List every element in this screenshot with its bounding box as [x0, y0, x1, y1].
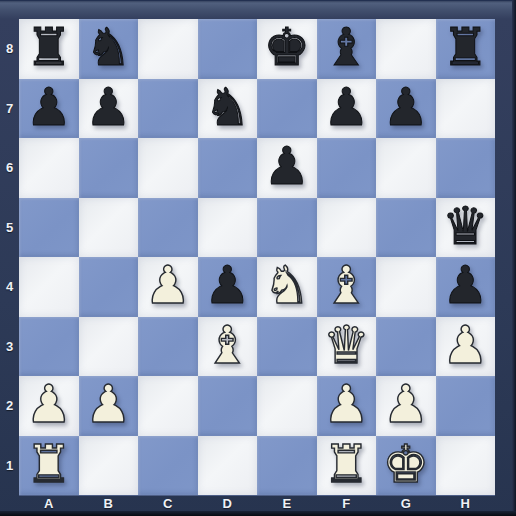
square-d3[interactable]: ♝	[198, 317, 258, 377]
black-king[interactable]: ♚	[263, 21, 310, 76]
square-g4[interactable]	[376, 257, 436, 317]
file-label-d: D	[198, 495, 258, 511]
white-queen[interactable]: ♛	[323, 319, 370, 374]
square-a4[interactable]	[19, 257, 79, 317]
square-a2[interactable]: ♟	[19, 376, 79, 436]
white-pawn[interactable]: ♟	[144, 259, 191, 314]
file-label-c: C	[138, 495, 198, 511]
white-rook[interactable]: ♜	[323, 438, 370, 493]
rank-label-7: 7	[0, 79, 19, 139]
file-labels: ABCDEFGH	[19, 495, 495, 511]
white-pawn[interactable]: ♟	[85, 378, 132, 433]
frame-edge-right	[512, 0, 516, 516]
square-e4[interactable]: ♞	[257, 257, 317, 317]
square-h6[interactable]	[436, 138, 496, 198]
rank-label-6: 6	[0, 138, 19, 198]
file-label-g: G	[376, 495, 436, 511]
square-f4[interactable]: ♝	[317, 257, 377, 317]
square-g8[interactable]	[376, 19, 436, 79]
square-c8[interactable]	[138, 19, 198, 79]
rank-label-1: 1	[0, 436, 19, 496]
black-pawn[interactable]: ♟	[25, 81, 72, 136]
square-h1[interactable]	[436, 436, 496, 496]
black-bishop[interactable]: ♝	[323, 21, 370, 76]
square-c5[interactable]	[138, 198, 198, 258]
white-king[interactable]: ♚	[382, 438, 429, 493]
square-e7[interactable]	[257, 79, 317, 139]
square-c4[interactable]: ♟	[138, 257, 198, 317]
square-e8[interactable]: ♚	[257, 19, 317, 79]
rank-label-3: 3	[0, 317, 19, 377]
white-rook[interactable]: ♜	[25, 438, 72, 493]
square-f2[interactable]: ♟	[317, 376, 377, 436]
square-g6[interactable]	[376, 138, 436, 198]
square-d5[interactable]	[198, 198, 258, 258]
square-h7[interactable]	[436, 79, 496, 139]
square-f3[interactable]: ♛	[317, 317, 377, 377]
square-h3[interactable]: ♟	[436, 317, 496, 377]
black-queen[interactable]: ♛	[442, 200, 489, 255]
square-f8[interactable]: ♝	[317, 19, 377, 79]
white-bishop[interactable]: ♝	[323, 259, 370, 314]
square-f7[interactable]: ♟	[317, 79, 377, 139]
file-label-b: B	[79, 495, 139, 511]
square-b2[interactable]: ♟	[79, 376, 139, 436]
square-b3[interactable]	[79, 317, 139, 377]
square-e3[interactable]	[257, 317, 317, 377]
black-pawn[interactable]: ♟	[204, 259, 251, 314]
square-b7[interactable]: ♟	[79, 79, 139, 139]
square-b8[interactable]: ♞	[79, 19, 139, 79]
square-g5[interactable]	[376, 198, 436, 258]
rank-label-4: 4	[0, 257, 19, 317]
square-h8[interactable]: ♜	[436, 19, 496, 79]
black-knight[interactable]: ♞	[85, 21, 132, 76]
white-bishop[interactable]: ♝	[204, 319, 251, 374]
chess-board-frame: 87654321 ABCDEFGH ♜♞♚♝♜♟♟♞♟♟♟♛♟♟♞♝♟♝♛♟♟♟…	[0, 0, 516, 516]
square-b5[interactable]	[79, 198, 139, 258]
square-c3[interactable]	[138, 317, 198, 377]
chess-board: ♜♞♚♝♜♟♟♞♟♟♟♛♟♟♞♝♟♝♛♟♟♟♟♟♜♜♚	[19, 19, 495, 495]
square-a8[interactable]: ♜	[19, 19, 79, 79]
rank-label-5: 5	[0, 198, 19, 258]
rank-label-2: 2	[0, 376, 19, 436]
square-g3[interactable]	[376, 317, 436, 377]
square-e5[interactable]	[257, 198, 317, 258]
black-rook[interactable]: ♜	[25, 21, 72, 76]
black-pawn[interactable]: ♟	[263, 140, 310, 195]
black-pawn[interactable]: ♟	[442, 259, 489, 314]
black-pawn[interactable]: ♟	[323, 81, 370, 136]
square-e1[interactable]	[257, 436, 317, 496]
square-b1[interactable]	[79, 436, 139, 496]
square-c7[interactable]	[138, 79, 198, 139]
square-c2[interactable]	[138, 376, 198, 436]
square-e6[interactable]: ♟	[257, 138, 317, 198]
white-knight[interactable]: ♞	[263, 259, 310, 314]
square-d8[interactable]	[198, 19, 258, 79]
square-e2[interactable]	[257, 376, 317, 436]
square-f5[interactable]	[317, 198, 377, 258]
black-rook[interactable]: ♜	[442, 21, 489, 76]
square-h5[interactable]: ♛	[436, 198, 496, 258]
square-f1[interactable]: ♜	[317, 436, 377, 496]
square-d7[interactable]: ♞	[198, 79, 258, 139]
rank-label-8: 8	[0, 19, 19, 79]
black-pawn[interactable]: ♟	[382, 81, 429, 136]
square-d4[interactable]: ♟	[198, 257, 258, 317]
file-label-h: H	[436, 495, 496, 511]
square-a5[interactable]	[19, 198, 79, 258]
square-g2[interactable]: ♟	[376, 376, 436, 436]
white-pawn[interactable]: ♟	[25, 378, 72, 433]
square-a7[interactable]: ♟	[19, 79, 79, 139]
square-c6[interactable]	[138, 138, 198, 198]
square-h4[interactable]: ♟	[436, 257, 496, 317]
square-a1[interactable]: ♜	[19, 436, 79, 496]
file-label-e: E	[257, 495, 317, 511]
square-g1[interactable]: ♚	[376, 436, 436, 496]
square-h2[interactable]	[436, 376, 496, 436]
black-pawn[interactable]: ♟	[85, 81, 132, 136]
square-a6[interactable]	[19, 138, 79, 198]
file-label-a: A	[19, 495, 79, 511]
white-pawn[interactable]: ♟	[442, 319, 489, 374]
square-d2[interactable]	[198, 376, 258, 436]
square-d6[interactable]	[198, 138, 258, 198]
square-d1[interactable]	[198, 436, 258, 496]
rank-labels: 87654321	[0, 19, 19, 495]
square-f6[interactable]	[317, 138, 377, 198]
square-a3[interactable]	[19, 317, 79, 377]
file-label-f: F	[317, 495, 377, 511]
square-c1[interactable]	[138, 436, 198, 496]
square-g7[interactable]: ♟	[376, 79, 436, 139]
square-b4[interactable]	[79, 257, 139, 317]
square-b6[interactable]	[79, 138, 139, 198]
white-pawn[interactable]: ♟	[323, 378, 370, 433]
black-knight[interactable]: ♞	[204, 81, 251, 136]
frame-edge-bottom	[0, 511, 516, 516]
white-pawn[interactable]: ♟	[382, 378, 429, 433]
